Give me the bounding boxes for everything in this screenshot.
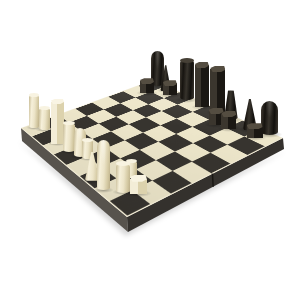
piece-top-face (39, 106, 50, 110)
piece-top-face (63, 121, 75, 125)
black-cube-piece (163, 80, 177, 95)
black-cyl-dome-piece (261, 101, 278, 135)
black-cube-piece (221, 111, 236, 129)
white-cube-piece (130, 175, 147, 194)
white-cyl-piece (39, 108, 50, 130)
piece-body (261, 101, 278, 135)
white-cyl-dome-piece (97, 140, 110, 190)
white-cyl-piece (116, 164, 130, 193)
black-cyl-piece (180, 60, 194, 100)
piece-body (97, 140, 110, 190)
black-cube-piece (140, 78, 154, 93)
piece-body (180, 60, 194, 100)
chess-set-product-photo (0, 0, 300, 300)
black-block-piece (195, 62, 209, 107)
piece-top-face (116, 161, 130, 166)
piece-body (51, 102, 64, 144)
piece-body (116, 164, 130, 193)
piece-body (39, 108, 50, 130)
piece-top-face (29, 93, 39, 97)
piece-body (195, 65, 209, 107)
piece-top-face (180, 58, 194, 63)
white-block-piece (51, 99, 64, 144)
black-cube-piece (247, 123, 263, 138)
chess-pieces-layer (0, 0, 300, 300)
piece-top-face (82, 138, 93, 142)
